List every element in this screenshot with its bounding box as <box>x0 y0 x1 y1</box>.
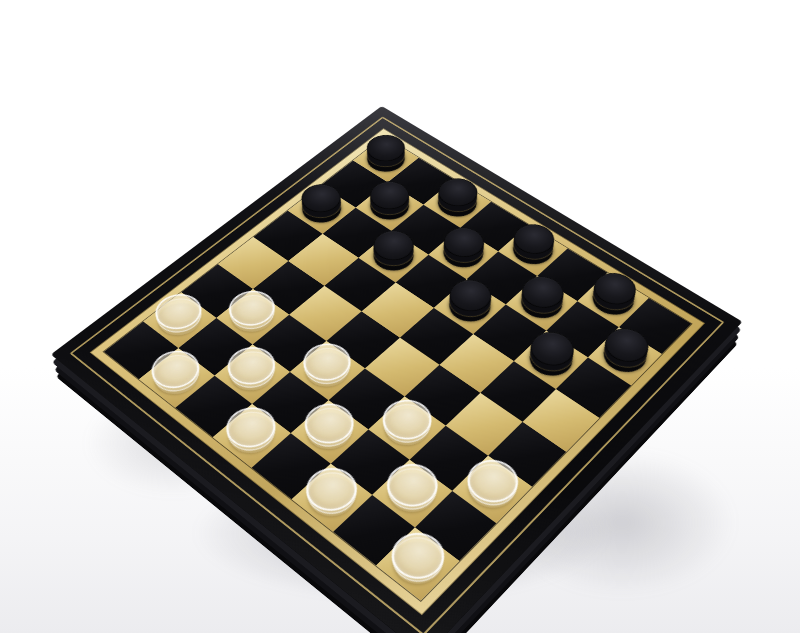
photo-background <box>0 0 800 633</box>
board-grid <box>104 137 691 601</box>
board-top-face <box>51 106 743 633</box>
scene <box>0 0 800 633</box>
game-board <box>51 106 743 633</box>
black-piece[interactable] <box>521 336 582 384</box>
clear-piece[interactable] <box>297 346 359 395</box>
